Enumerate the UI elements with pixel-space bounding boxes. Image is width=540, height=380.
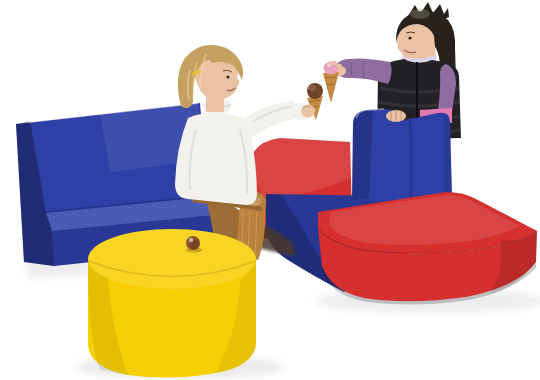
yellow-cylinder-pouf [88, 229, 256, 378]
scoop-highlight [308, 85, 316, 91]
photo-stage [0, 0, 540, 380]
cylinder-top-light [88, 229, 256, 289]
scoop-highlight [327, 63, 331, 67]
eye [226, 75, 229, 78]
resting-hand [386, 110, 406, 122]
eye [408, 36, 411, 39]
blue-chair-backrest [352, 109, 452, 201]
ball-highlight [189, 238, 193, 242]
chocolate-scoop [307, 83, 323, 99]
finger [336, 64, 342, 68]
finger [331, 61, 337, 65]
scrunchie [410, 9, 430, 19]
scene-photo [0, 0, 540, 380]
